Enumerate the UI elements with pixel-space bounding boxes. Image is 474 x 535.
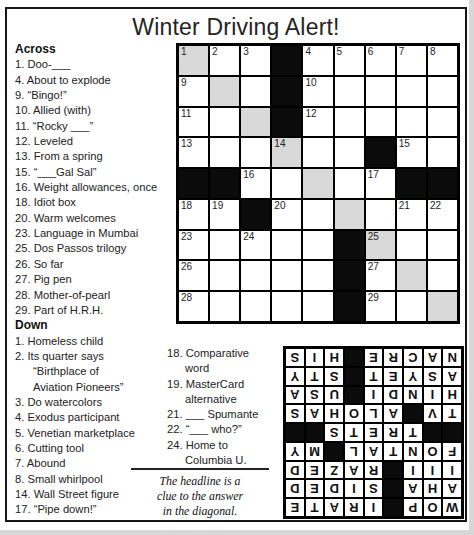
answer-cell: S: [305, 386, 325, 405]
cell-number: 13: [181, 138, 192, 150]
answer-cell: A: [442, 479, 462, 498]
cell-number: 28: [181, 292, 192, 304]
grid-cell[interactable]: 20: [271, 199, 302, 230]
answer-cell: T: [383, 442, 403, 461]
grid-cell[interactable]: [334, 107, 365, 138]
answer-cell: E: [305, 461, 325, 480]
grid-cell[interactable]: [334, 168, 365, 199]
cell-number: 26: [181, 261, 192, 273]
answer-cell: I: [403, 461, 423, 480]
answer-cell: D: [383, 386, 403, 405]
answer-cell: A: [383, 404, 403, 423]
answer-cell: I: [344, 479, 364, 498]
cell-number: 18: [181, 200, 192, 212]
grid-cell[interactable]: [209, 76, 240, 107]
grid-cell-block: [271, 76, 302, 107]
clue: 11. “Rocky ___”: [15, 119, 173, 134]
grid-cell-block: [334, 260, 365, 291]
clue: 6. Cutting tool: [15, 441, 173, 456]
clue: 5. Venetian marketplace: [15, 426, 173, 441]
grid-cell[interactable]: 6: [365, 45, 396, 76]
grid-cell[interactable]: 2: [209, 45, 240, 76]
clue: 1. Doo-___: [15, 57, 173, 72]
answer-cell: E: [305, 479, 325, 498]
clue: 18. Idiot box: [15, 195, 173, 210]
clue: 25. Dos Passos trilogy: [15, 241, 173, 256]
grid-cell[interactable]: 8: [427, 45, 458, 76]
across-header: Across: [15, 42, 173, 57]
answer-cell-block: [403, 404, 423, 423]
answer-cell: N: [403, 386, 423, 405]
clue: 18. Comparative word: [167, 346, 291, 377]
grid-cell[interactable]: [271, 168, 302, 199]
answer-cell: O: [423, 442, 443, 461]
answer-cell: Z: [324, 461, 344, 480]
answer-cell: I: [442, 461, 462, 480]
answer-cell: D: [285, 479, 305, 498]
grid-cell[interactable]: [396, 291, 427, 322]
clue: 12. Leveled: [15, 134, 173, 149]
main-grid[interactable]: 1234567891011121314151617181920212223242…: [176, 43, 460, 324]
cell-number: 7: [399, 46, 405, 58]
grid-cell[interactable]: [209, 291, 240, 322]
grid-cell[interactable]: 1: [178, 45, 209, 76]
grid-cell[interactable]: 14: [271, 137, 302, 168]
grid-cell[interactable]: [240, 137, 271, 168]
cell-number: 22: [430, 200, 441, 212]
grid-cell[interactable]: 17: [365, 168, 396, 199]
cell-number: 11: [181, 108, 191, 120]
clue: 24. Home to Columbia U.: [167, 438, 291, 469]
answer-cell: H: [324, 404, 344, 423]
answer-cell-block: [285, 423, 305, 442]
answer-cell: R: [383, 423, 403, 442]
grid-cell[interactable]: [334, 137, 365, 168]
cell-number: 12: [305, 108, 316, 120]
grid-cell[interactable]: [334, 76, 365, 107]
down-clues-continued: 18. Comparative word19. MasterCard alter…: [167, 346, 291, 468]
page-title: Winter Driving Alert!: [7, 14, 465, 41]
grid-cell[interactable]: 19: [209, 199, 240, 230]
answer-cell-block: [383, 461, 403, 480]
clue: 10. Allied (with): [15, 103, 173, 118]
grid-cell-block: [271, 45, 302, 76]
cell-number: 14: [274, 138, 285, 150]
answer-cell: Y: [403, 367, 423, 386]
answer-cell: S: [285, 404, 305, 423]
answer-cell-block: [344, 386, 364, 405]
grid-cell[interactable]: [302, 168, 333, 199]
grid-cell[interactable]: 23: [178, 230, 209, 261]
answer-cell: E: [364, 348, 384, 367]
answer-cell: S: [285, 348, 305, 367]
answer-cell: E: [383, 367, 403, 386]
grid-cell[interactable]: [302, 199, 333, 230]
cell-number: 15: [399, 138, 410, 150]
grid-cell[interactable]: [209, 107, 240, 138]
grid-cell[interactable]: [427, 260, 458, 291]
answer-cell: S: [423, 367, 443, 386]
grid-cell[interactable]: [396, 76, 427, 107]
grid-cell[interactable]: [240, 76, 271, 107]
clue: 13. From a spring: [15, 149, 173, 164]
grid-cell[interactable]: 24: [240, 230, 271, 261]
grid-cell[interactable]: 11: [178, 107, 209, 138]
grid-cell[interactable]: [271, 230, 302, 261]
answer-cell-block: [383, 479, 403, 498]
cell-number: 5: [337, 46, 343, 58]
clue: 15. “___Gal Sal”: [15, 165, 173, 180]
grid-cell[interactable]: [334, 199, 365, 230]
grid-cell[interactable]: 13: [178, 137, 209, 168]
grid-cell[interactable]: [396, 107, 427, 138]
grid-cell[interactable]: [302, 230, 333, 261]
answer-cell: I: [423, 461, 443, 480]
clue: 28. Mother-of-pearl: [15, 288, 173, 303]
grid-cell-block: [178, 168, 209, 199]
scan-edge-right: [469, 0, 474, 535]
answer-cell: Y: [285, 367, 305, 386]
answer-cell: S: [324, 423, 344, 442]
cell-number: 19: [212, 200, 223, 212]
cell-number: 29: [368, 292, 379, 304]
answer-cell: E: [285, 498, 305, 517]
answer-cell: A: [324, 498, 344, 517]
answer-cell: T: [305, 498, 325, 517]
cell-number: 21: [399, 200, 410, 212]
grid-cell[interactable]: 21: [396, 199, 427, 230]
answer-cell: H: [442, 386, 462, 405]
across-list: 1. Doo-___4. About to explode9. “Bingo!”…: [15, 57, 173, 318]
answer-cell: O: [344, 404, 364, 423]
answer-cell: O: [423, 498, 443, 517]
clue: 3. Do watercolors: [15, 395, 173, 410]
grid-cell[interactable]: [427, 230, 458, 261]
clue: 2. Its quarter says “Birthplace of Aviat…: [15, 349, 173, 395]
grid-cell[interactable]: 10: [302, 76, 333, 107]
answer-cell: D: [285, 461, 305, 480]
answer-cell-block: [305, 423, 325, 442]
grid-cell[interactable]: 16: [240, 168, 271, 199]
grid-cell[interactable]: [396, 230, 427, 261]
clue: 1. Homeless child: [15, 334, 173, 349]
answer-cell: S: [324, 367, 344, 386]
answer-cell: A: [423, 348, 443, 367]
answer-cell: R: [383, 348, 403, 367]
grid-cell[interactable]: [365, 107, 396, 138]
down-header: Down: [15, 318, 173, 333]
answer-cell: V: [423, 404, 443, 423]
grid-cell-block: [365, 137, 396, 168]
answer-grid: WOPIRATEAHASIDEDIIIRAZEDFONTALMYTRETSTVA…: [283, 346, 464, 519]
answer-cell: T: [442, 404, 462, 423]
answer-cell: I: [364, 498, 384, 517]
grid-cell-block: [209, 168, 240, 199]
cell-number: 23: [181, 231, 192, 243]
answer-cell: A: [403, 479, 423, 498]
answer-cell-block: [383, 498, 403, 517]
clue: 19. MasterCard alternative: [167, 377, 291, 408]
grid-cell[interactable]: 29: [365, 291, 396, 322]
answer-cell: I: [364, 386, 384, 405]
clue: 27. Pig pen: [15, 272, 173, 287]
cell-number: 9: [181, 77, 187, 89]
diagonal-note: The headline is a clue to the answer in …: [131, 468, 269, 518]
grid-cell[interactable]: 7: [396, 45, 427, 76]
answer-cell: I: [423, 386, 443, 405]
answer-cell: H: [324, 348, 344, 367]
grid-cell[interactable]: [365, 199, 396, 230]
grid-cell[interactable]: 28: [178, 291, 209, 322]
grid-cell[interactable]: [396, 260, 427, 291]
clue: 9. “Bingo!”: [15, 88, 173, 103]
cell-number: 8: [430, 46, 436, 58]
answer-cell-block: [324, 442, 344, 461]
clue: 4. About to explode: [15, 73, 173, 88]
grid-cell-block: [396, 168, 427, 199]
answer-cell: A: [344, 461, 364, 480]
answer-cell: E: [364, 423, 384, 442]
cell-number: 25: [368, 231, 379, 243]
answer-cell: C: [403, 348, 423, 367]
grid-cell-block: [334, 230, 365, 261]
down-list-right: 18. Comparative word19. MasterCard alter…: [167, 346, 291, 468]
cell-number: 4: [305, 46, 311, 58]
answer-cell: R: [364, 461, 384, 480]
grid-cell[interactable]: 26: [178, 260, 209, 291]
grid-cell[interactable]: [240, 291, 271, 322]
grid-cell[interactable]: 5: [334, 45, 365, 76]
answer-cell-block: [344, 367, 364, 386]
grid-cell[interactable]: [209, 137, 240, 168]
grid-cell[interactable]: [271, 291, 302, 322]
cell-number: 24: [243, 231, 254, 243]
answer-cell: R: [344, 498, 364, 517]
answer-cell: A: [305, 404, 325, 423]
grid-cell-block: [427, 168, 458, 199]
cell-number: 10: [305, 77, 316, 89]
grid-cell[interactable]: 3: [240, 45, 271, 76]
grid-cell[interactable]: 4: [302, 45, 333, 76]
clue: 20. Warm welcomes: [15, 211, 173, 226]
answer-cell: F: [442, 442, 462, 461]
grid-cell[interactable]: [209, 230, 240, 261]
answer-cell: L: [364, 404, 384, 423]
grid-cell[interactable]: [427, 76, 458, 107]
grid-cell[interactable]: [302, 260, 333, 291]
answer-cell-block: [344, 348, 364, 367]
grid-cell[interactable]: [302, 137, 333, 168]
answer-cell: W: [442, 498, 462, 517]
grid-cell[interactable]: 9: [178, 76, 209, 107]
answer-cell: H: [423, 479, 443, 498]
grid-cell-block: [271, 107, 302, 138]
answer-cell-block: [423, 423, 443, 442]
grid-cell[interactable]: 25: [365, 230, 396, 261]
grid-cell-block: [240, 199, 271, 230]
clue: 22. “___ who?”: [167, 422, 291, 437]
clue: 26. So far: [15, 257, 173, 272]
answer-cell: A: [442, 367, 462, 386]
answer-cell: Y: [285, 442, 305, 461]
grid-cell[interactable]: [365, 76, 396, 107]
clue: 23. Language in Mumbai: [15, 226, 173, 241]
answer-cell: I: [305, 348, 325, 367]
answer-cell: T: [305, 367, 325, 386]
grid-cell[interactable]: [427, 137, 458, 168]
cell-number: 2: [212, 46, 218, 58]
clue: 29. Part of H.R.H.: [15, 303, 173, 318]
grid-cell[interactable]: [427, 291, 458, 322]
grid-cell[interactable]: [427, 107, 458, 138]
clue: 16. Weight allowances, once: [15, 180, 173, 195]
answer-cell: T: [344, 423, 364, 442]
answer-cell: S: [364, 479, 384, 498]
answer-cell: T: [364, 367, 384, 386]
grid-cell[interactable]: 18: [178, 199, 209, 230]
answer-cell: M: [305, 442, 325, 461]
puzzle-frame: Winter Driving Alert! Across 1. Doo-___4…: [5, 7, 467, 522]
grid-cell[interactable]: [271, 260, 302, 291]
grid-cell[interactable]: 12: [302, 107, 333, 138]
answer-cell: A: [364, 442, 384, 461]
grid-cell-block: [334, 291, 365, 322]
cell-number: 17: [368, 169, 379, 181]
grid-cell[interactable]: [209, 260, 240, 291]
scan-edge-bottom: [0, 530, 474, 535]
answer-cell: T: [403, 423, 423, 442]
cell-number: 16: [243, 169, 254, 181]
answer-cell: L: [344, 442, 364, 461]
grid-cell[interactable]: 15: [396, 137, 427, 168]
answer-cell: D: [324, 479, 344, 498]
answer-cell: N: [403, 442, 423, 461]
answer-cell: N: [442, 348, 462, 367]
cell-number: 1: [181, 46, 187, 58]
grid-cell[interactable]: 27: [365, 260, 396, 291]
grid-cell[interactable]: [240, 107, 271, 138]
answer-cell: A: [285, 386, 305, 405]
grid-cell[interactable]: 22: [427, 199, 458, 230]
cell-number: 27: [368, 261, 379, 273]
clues-left-column: Across 1. Doo-___4. About to explode9. “…: [15, 42, 173, 518]
answer-cell: U: [324, 386, 344, 405]
clue: 4. Exodus participant: [15, 410, 173, 425]
answer-cell-block: [442, 423, 462, 442]
cell-number: 20: [274, 200, 285, 212]
grid-cell[interactable]: [302, 291, 333, 322]
clue: 21. ___ Spumante: [167, 407, 291, 422]
cell-number: 3: [243, 46, 249, 58]
answer-cell: P: [403, 498, 423, 517]
cell-number: 6: [368, 46, 374, 58]
grid-cell[interactable]: [240, 260, 271, 291]
